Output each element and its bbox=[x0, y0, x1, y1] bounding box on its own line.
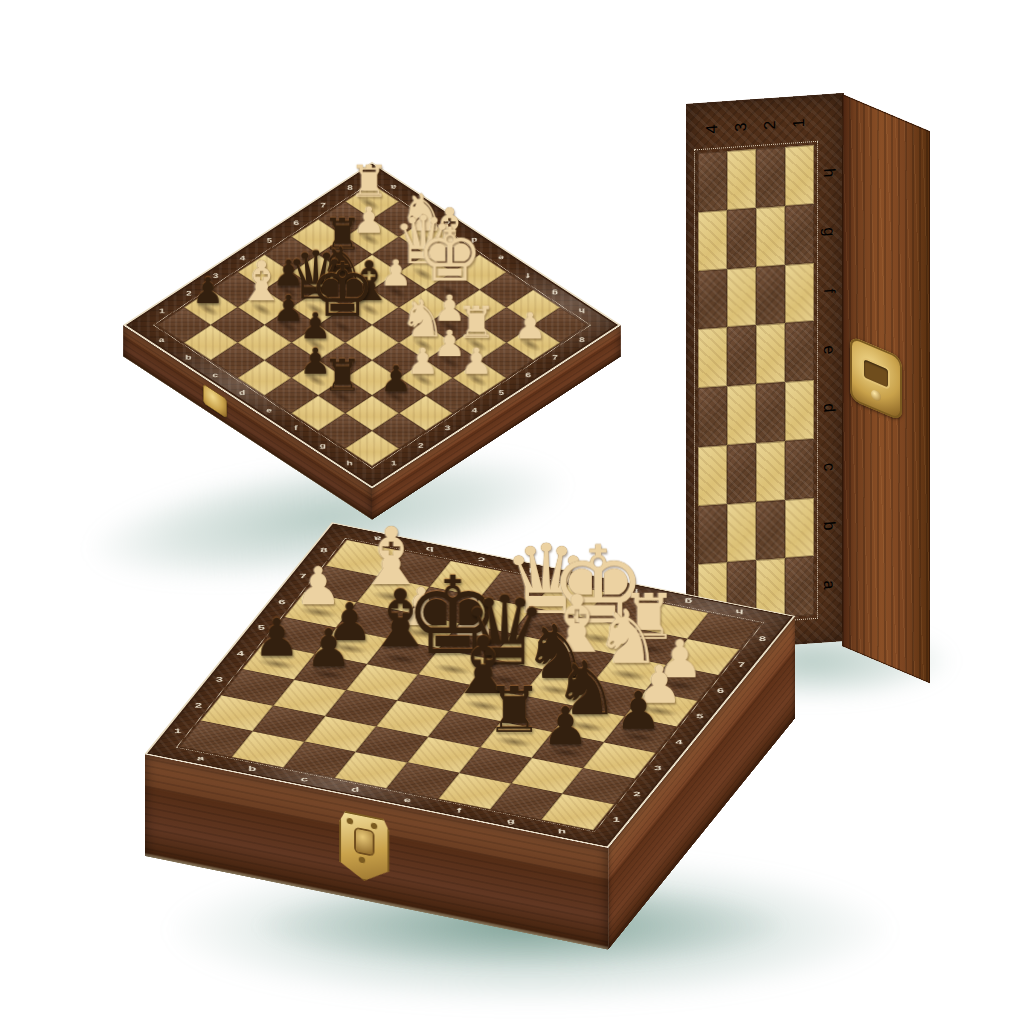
rank-label: 4 bbox=[237, 640, 244, 668]
rank-label: 8 bbox=[347, 175, 353, 200]
rank-label: 1 bbox=[613, 806, 620, 834]
file-label: g bbox=[536, 289, 574, 296]
rank-label: 3 bbox=[213, 263, 219, 288]
file-label: g bbox=[820, 227, 838, 237]
folded-square-h3 bbox=[727, 149, 756, 210]
folded-square-e4 bbox=[698, 327, 727, 388]
square-b8 bbox=[378, 550, 451, 586]
rank-label: 2 bbox=[633, 780, 640, 808]
white-knight: ♞ bbox=[400, 187, 446, 238]
black-pawn: ♟ bbox=[273, 255, 305, 291]
folded-square-e3 bbox=[727, 325, 756, 386]
white-rook: ♜ bbox=[350, 160, 389, 204]
rank-label: 4 bbox=[240, 245, 246, 270]
square-a7 bbox=[318, 202, 372, 237]
square-b5: ♟ bbox=[315, 628, 388, 664]
square-a7 bbox=[305, 566, 378, 602]
folded-square-h2 bbox=[756, 147, 785, 208]
board-grid: ♜♞♝♟♛♚♟♜♟♟♜♞♝♞♟♟♟♛♚♟♝♟♟♟♟♟♜ bbox=[157, 184, 587, 466]
file-label: c bbox=[820, 462, 838, 471]
black-pawn: ♟ bbox=[305, 622, 352, 674]
folded-square-h1 bbox=[785, 145, 814, 206]
folded-square-d2 bbox=[756, 382, 785, 443]
square-c5: ♝ bbox=[367, 638, 440, 674]
rank-label: 1 bbox=[791, 118, 809, 128]
square-a5 bbox=[263, 617, 336, 653]
rank-label: 7 bbox=[320, 192, 326, 217]
file-label: d bbox=[820, 403, 838, 413]
file-label: f bbox=[509, 272, 547, 279]
file-label: e bbox=[482, 254, 520, 261]
folded-box-rank-labels: 4321 bbox=[698, 103, 814, 149]
folded-square-a1 bbox=[785, 556, 814, 617]
folded-square-g4 bbox=[698, 210, 727, 271]
folded-square-g3 bbox=[727, 208, 756, 269]
white-bishop: ♝ bbox=[425, 201, 474, 256]
square-b4: ♟ bbox=[294, 654, 367, 690]
white-bishop: ♝ bbox=[355, 517, 427, 597]
file-label: a bbox=[820, 580, 838, 590]
square-a4: ♟ bbox=[242, 643, 315, 679]
square-d8 bbox=[481, 571, 554, 607]
black-rook: ♜ bbox=[486, 679, 543, 742]
folded-square-f4 bbox=[698, 269, 727, 330]
file-label: f bbox=[820, 288, 838, 294]
black-pawn: ♟ bbox=[326, 596, 373, 648]
rank-label: 7 bbox=[299, 562, 306, 590]
folded-square-c3 bbox=[727, 443, 756, 504]
folded-square-f2 bbox=[756, 265, 785, 326]
white-pawn: ♟ bbox=[353, 203, 385, 239]
file-label: c bbox=[429, 219, 467, 226]
rank-label: 7 bbox=[738, 651, 745, 679]
black-pawn: ♟ bbox=[192, 273, 224, 309]
product-photo-stage: 4321 hgfedcba abcdefghabcdefgh8765432187… bbox=[0, 0, 1024, 1024]
file-label: b bbox=[401, 546, 457, 554]
rank-label: 2 bbox=[186, 281, 192, 306]
square-f8 bbox=[584, 592, 657, 628]
rank-label: 1 bbox=[174, 717, 181, 745]
folded-square-e2 bbox=[756, 323, 785, 384]
rank-label: 3 bbox=[733, 122, 751, 132]
square-b6 bbox=[336, 602, 409, 638]
square-a3 bbox=[211, 272, 265, 307]
white-pawn: ♟ bbox=[380, 255, 412, 291]
folded-square-g1 bbox=[785, 204, 814, 265]
file-label: e bbox=[557, 577, 613, 585]
black-pawn: ♟ bbox=[380, 361, 412, 397]
rank-label: 8 bbox=[759, 625, 766, 653]
file-label: h bbox=[712, 608, 768, 616]
square-a8 bbox=[326, 540, 399, 576]
file-label: d bbox=[505, 566, 561, 574]
folded-square-b1 bbox=[785, 498, 814, 559]
black-rook: ♜ bbox=[323, 354, 362, 398]
folded-square-b3 bbox=[727, 502, 756, 563]
folded-square-d1 bbox=[785, 380, 814, 441]
file-label: h bbox=[563, 307, 601, 314]
file-label: c bbox=[453, 556, 509, 564]
black-pawn: ♟ bbox=[542, 700, 589, 752]
rank-label: 2 bbox=[762, 120, 780, 130]
folded-square-f1 bbox=[785, 263, 814, 324]
rank-label: 1 bbox=[159, 298, 165, 323]
folded-square-c1 bbox=[785, 439, 814, 500]
folded-square-g2 bbox=[756, 206, 785, 267]
square-d7: ♛ bbox=[399, 254, 453, 289]
folded-box-spine bbox=[842, 94, 930, 683]
black-pawn: ♟ bbox=[299, 308, 331, 344]
folded-square-c2 bbox=[756, 441, 785, 502]
rank-label: 4 bbox=[704, 124, 722, 134]
folded-square-h4 bbox=[698, 151, 727, 212]
file-label: h bbox=[820, 168, 838, 178]
rank-label: 6 bbox=[278, 588, 285, 616]
folded-square-e1 bbox=[785, 321, 814, 382]
folded-square-f3 bbox=[727, 267, 756, 328]
rank-label: 5 bbox=[267, 228, 273, 253]
open-board-bottom: abcdefghabcdefgh8765432187654321♝♛♚♜♟♟♟♝… bbox=[220, 435, 720, 935]
square-c7 bbox=[372, 237, 426, 272]
file-label: g bbox=[660, 598, 716, 606]
file-label: b bbox=[820, 521, 838, 531]
rank-label: 3 bbox=[216, 666, 223, 694]
white-pawn: ♟ bbox=[514, 308, 546, 344]
rank-label: 5 bbox=[258, 614, 265, 642]
square-b7: ♝ bbox=[357, 576, 430, 612]
white-king: ♚ bbox=[417, 217, 483, 291]
file-label: b bbox=[402, 201, 440, 208]
rank-label: 6 bbox=[294, 210, 300, 235]
folded-box-file-labels: hgfedcba bbox=[816, 143, 842, 615]
white-queen: ♛ bbox=[393, 207, 453, 273]
file-label: d bbox=[456, 236, 494, 243]
white-pawn: ♟ bbox=[398, 581, 445, 633]
square-c7 bbox=[408, 587, 481, 623]
board-3d-bottom: abcdefghabcdefgh8765432187654321♝♛♚♜♟♟♟♝… bbox=[145, 522, 796, 847]
white-pawn: ♟ bbox=[461, 344, 493, 380]
square-c8 bbox=[429, 561, 502, 597]
black-pawn: ♟ bbox=[615, 685, 662, 737]
rank-label: 8 bbox=[320, 536, 327, 564]
file-label: a bbox=[350, 535, 406, 543]
file-label: f bbox=[608, 587, 664, 595]
folded-square-b2 bbox=[756, 500, 785, 561]
file-label: e bbox=[820, 345, 838, 355]
file-label: a bbox=[375, 184, 413, 191]
square-a4 bbox=[238, 254, 292, 289]
black-bishop: ♝ bbox=[365, 579, 437, 659]
folded-square-d3 bbox=[727, 384, 756, 445]
square-a6: ♟ bbox=[284, 592, 357, 628]
